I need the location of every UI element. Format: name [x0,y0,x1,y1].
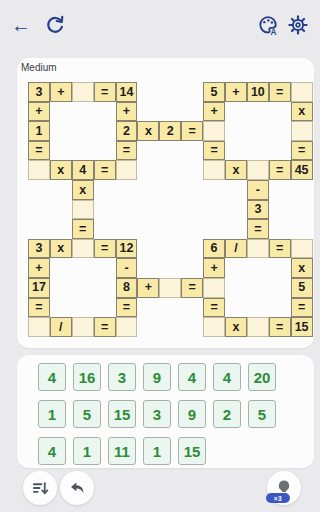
grid-cell-r3c7: 2 [159,121,181,141]
tile-row-2: 15153925 [38,400,276,428]
number-tile-20[interactable]: 20 [248,363,276,391]
grid-cell-r5c12: = [269,160,291,180]
grid-cell-r9c13[interactable] [291,239,313,259]
grid-cell-r5c5[interactable] [116,160,138,180]
grid-cell-r10c1: + [28,258,50,278]
grid-cell-r2c9: + [203,102,225,122]
svg-text:A: A [270,28,276,36]
grid-cell-r4c1: = [28,141,50,161]
number-tile-9[interactable]: 9 [143,363,171,391]
grid-cell-r9c10: / [225,239,247,259]
grid-cell-r11c7[interactable] [159,278,181,298]
grid-cell-r9c3[interactable] [72,239,94,259]
grid-cell-r4c13: = [291,141,313,161]
number-tile-3[interactable]: 3 [143,400,171,428]
grid-cell-r8c11: = [247,219,269,239]
tile-row-1: 416394420 [38,363,276,391]
grid-cell-r13c2: / [50,317,72,337]
grid-cell-r13c9[interactable] [203,317,225,337]
grid-cell-r12c9: = [203,298,225,318]
top-bar: ← A [0,0,320,50]
back-icon[interactable]: ← [9,13,33,37]
grid-cell-r1c9: 5 [203,82,225,102]
grid-cell-r2c13: x [291,102,313,122]
grid-cell-r7c3[interactable] [72,200,94,220]
grid-cell-r10c9: + [203,258,225,278]
grid-cell-r11c8: = [181,278,203,298]
grid-cell-r13c1[interactable] [28,317,50,337]
grid-cell-r13c4: = [94,317,116,337]
difficulty-label: Medium [21,62,57,73]
grid-cell-r7c11: 3 [247,200,269,220]
crossmath-board: 3+=145+10=+++x12x2=====x4=x=45x-3==3x=12… [28,82,313,337]
tile-row-3: 4111115 [38,437,206,465]
grid-cell-r11c13: 5 [291,278,313,298]
number-tile-4[interactable]: 4 [38,363,66,391]
grid-cell-r9c2: x [50,239,72,259]
grid-cell-r12c1: = [28,298,50,318]
grid-cell-r8c3: = [72,219,94,239]
number-tile-1[interactable]: 1 [73,437,101,465]
grid-cell-r9c5: 12 [116,239,138,259]
grid-cell-r1c4: = [94,82,116,102]
number-tile-1[interactable]: 1 [143,437,171,465]
grid-cell-r5c11[interactable] [247,160,269,180]
grid-cell-r4c5: = [116,141,138,161]
grid-cell-r13c10: x [225,317,247,337]
grid-cell-r4c9: = [203,141,225,161]
grid-cell-r10c5: - [116,258,138,278]
number-tile-2[interactable]: 2 [213,400,241,428]
number-tile-15[interactable]: 15 [178,437,206,465]
grid-cell-r5c2: x [50,160,72,180]
number-tile-15[interactable]: 15 [108,400,136,428]
grid-cell-r13c3[interactable] [72,317,94,337]
settings-gear-icon[interactable] [286,13,310,37]
number-tile-9[interactable]: 9 [178,400,206,428]
grid-cell-r2c1: + [28,102,50,122]
number-tile-1[interactable]: 1 [38,400,66,428]
number-tile-4[interactable]: 4 [213,363,241,391]
grid-cell-r5c9[interactable] [203,160,225,180]
app-screen: ← A [0,0,320,512]
tile-tray-panel: 416394420 15153925 4111115 [17,355,314,468]
restart-icon[interactable] [43,13,67,37]
grid-cell-r13c11[interactable] [247,317,269,337]
grid-cell-r13c5[interactable] [116,317,138,337]
grid-cell-r1c10: + [225,82,247,102]
grid-cell-r6c3: x [72,180,94,200]
grid-cell-r5c13: 45 [291,160,313,180]
hint-count-badge: ×3 [266,493,290,503]
grid-cell-r3c9[interactable] [203,121,225,141]
grid-cell-r12c13: = [291,298,313,318]
grid-cell-r3c13[interactable] [291,121,313,141]
theme-palette-icon[interactable]: A [256,13,280,37]
number-tile-4[interactable]: 4 [178,363,206,391]
grid-cell-r1c3[interactable] [72,82,94,102]
grid-cell-r9c11[interactable] [247,239,269,259]
number-tile-3[interactable]: 3 [108,363,136,391]
grid-cell-r5c10: x [225,160,247,180]
grid-cell-r9c12: = [269,239,291,259]
grid-cell-r11c6: + [137,278,159,298]
grid-cell-r2c5: + [116,102,138,122]
undo-button[interactable] [60,471,94,505]
grid-cell-r1c11: 10 [247,82,269,102]
number-tile-11[interactable]: 11 [108,437,136,465]
grid-cell-r3c6: x [137,121,159,141]
grid-cell-r6c11: - [247,180,269,200]
grid-cell-r9c1: 3 [28,239,50,259]
grid-cell-r5c1[interactable] [28,160,50,180]
number-tile-16[interactable]: 16 [73,363,101,391]
grid-cell-r13c13: 15 [291,317,313,337]
grid-cell-r5c3: 4 [72,160,94,180]
grid-cell-r3c8: = [181,121,203,141]
grid-cell-r12c5: = [116,298,138,318]
grid-cell-r11c9[interactable] [203,278,225,298]
grid-cell-r13c12: = [269,317,291,337]
grid-cell-r11c1: 17 [28,278,50,298]
grid-cell-r3c5: 2 [116,121,138,141]
grid-cell-r1c1: 3 [28,82,50,102]
grid-cell-r1c2: + [50,82,72,102]
number-tile-4[interactable]: 4 [38,437,66,465]
grid-cell-r10c13: x [291,258,313,278]
grid-cell-r3c1: 1 [28,121,50,141]
number-tile-5[interactable]: 5 [248,400,276,428]
grid-cell-r1c5: 14 [116,82,138,102]
grid-cell-r11c5: 8 [116,278,138,298]
grid-cell-r9c9: 6 [203,239,225,259]
grid-cell-r1c13[interactable] [291,82,313,102]
grid-cell-r5c4: = [94,160,116,180]
sort-tiles-button[interactable] [23,471,57,505]
grid-cell-r1c12: = [269,82,291,102]
grid-cell-r9c4: = [94,239,116,259]
number-tile-5[interactable]: 5 [73,400,101,428]
